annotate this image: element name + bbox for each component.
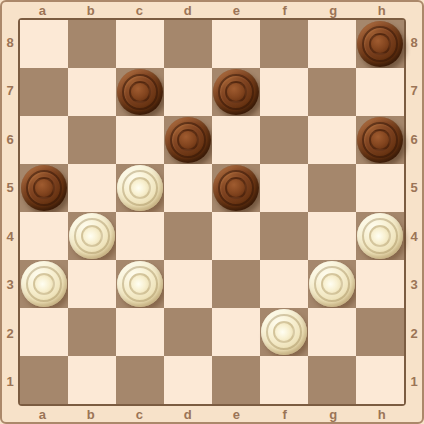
square-a4[interactable] [20, 212, 68, 260]
square-e8[interactable] [212, 20, 260, 68]
rank-label-4: 4 [2, 212, 18, 261]
square-h6[interactable] [356, 116, 404, 164]
square-b6[interactable] [68, 116, 116, 164]
file-label-a: a [18, 3, 67, 18]
square-a2[interactable] [20, 308, 68, 356]
square-c1[interactable] [116, 356, 164, 404]
dark-checker-d6[interactable] [165, 117, 211, 163]
square-f1[interactable] [260, 356, 308, 404]
square-c5[interactable] [116, 164, 164, 212]
square-g8[interactable] [308, 20, 356, 68]
file-label-f: f [261, 3, 310, 18]
checkers-app-frame: abcdefgh abcdefgh 87654321 87654321 [0, 0, 424, 424]
white-checker-c3[interactable] [117, 261, 163, 307]
square-f8[interactable] [260, 20, 308, 68]
rank-label-2: 2 [406, 309, 422, 358]
square-e5[interactable] [212, 164, 260, 212]
square-b7[interactable] [68, 68, 116, 116]
rank-label-6: 6 [406, 115, 422, 164]
file-label-g: g [309, 407, 358, 422]
square-c8[interactable] [116, 20, 164, 68]
checkers-board [18, 18, 406, 406]
square-b4[interactable] [68, 212, 116, 260]
file-label-b: b [67, 3, 116, 18]
square-g2[interactable] [308, 308, 356, 356]
square-h1[interactable] [356, 356, 404, 404]
square-f5[interactable] [260, 164, 308, 212]
square-d8[interactable] [164, 20, 212, 68]
square-g4[interactable] [308, 212, 356, 260]
file-label-g: g [309, 3, 358, 18]
file-label-d: d [164, 407, 213, 422]
square-e6[interactable] [212, 116, 260, 164]
square-f3[interactable] [260, 260, 308, 308]
square-f7[interactable] [260, 68, 308, 116]
white-checker-a3[interactable] [21, 261, 67, 307]
file-label-c: c [115, 407, 164, 422]
file-label-e: e [212, 3, 261, 18]
square-e3[interactable] [212, 260, 260, 308]
white-checker-b4[interactable] [69, 213, 115, 259]
square-d2[interactable] [164, 308, 212, 356]
square-h7[interactable] [356, 68, 404, 116]
dark-checker-c7[interactable] [117, 69, 163, 115]
file-label-c: c [115, 3, 164, 18]
file-label-b: b [67, 407, 116, 422]
white-checker-c5[interactable] [117, 165, 163, 211]
white-checker-g3[interactable] [309, 261, 355, 307]
square-e7[interactable] [212, 68, 260, 116]
square-f2[interactable] [260, 308, 308, 356]
square-d6[interactable] [164, 116, 212, 164]
rank-label-8: 8 [2, 18, 18, 67]
white-checker-h4[interactable] [357, 213, 403, 259]
rank-label-1: 1 [2, 358, 18, 407]
square-e2[interactable] [212, 308, 260, 356]
rank-label-8: 8 [406, 18, 422, 67]
rank-label-6: 6 [2, 115, 18, 164]
square-h2[interactable] [356, 308, 404, 356]
rank-label-3: 3 [2, 261, 18, 310]
square-d1[interactable] [164, 356, 212, 404]
dark-checker-e5[interactable] [213, 165, 259, 211]
file-labels-top: abcdefgh [18, 2, 406, 18]
square-c6[interactable] [116, 116, 164, 164]
rank-label-5: 5 [406, 164, 422, 213]
square-a7[interactable] [20, 68, 68, 116]
square-e1[interactable] [212, 356, 260, 404]
dark-checker-h8[interactable] [357, 21, 403, 67]
square-c7[interactable] [116, 68, 164, 116]
square-c3[interactable] [116, 260, 164, 308]
square-b5[interactable] [68, 164, 116, 212]
square-h8[interactable] [356, 20, 404, 68]
file-label-h: h [358, 407, 407, 422]
square-d3[interactable] [164, 260, 212, 308]
square-g1[interactable] [308, 356, 356, 404]
square-b1[interactable] [68, 356, 116, 404]
rank-label-1: 1 [406, 358, 422, 407]
square-d5[interactable] [164, 164, 212, 212]
square-a8[interactable] [20, 20, 68, 68]
file-labels-bottom: abcdefgh [18, 406, 406, 422]
square-d4[interactable] [164, 212, 212, 260]
square-g6[interactable] [308, 116, 356, 164]
square-d7[interactable] [164, 68, 212, 116]
rank-label-3: 3 [406, 261, 422, 310]
square-g3[interactable] [308, 260, 356, 308]
rank-label-2: 2 [2, 309, 18, 358]
square-a3[interactable] [20, 260, 68, 308]
square-e4[interactable] [212, 212, 260, 260]
square-g5[interactable] [308, 164, 356, 212]
dark-checker-a5[interactable] [21, 165, 67, 211]
rank-label-7: 7 [406, 67, 422, 116]
file-label-d: d [164, 3, 213, 18]
file-label-e: e [212, 407, 261, 422]
file-label-h: h [358, 3, 407, 18]
square-a5[interactable] [20, 164, 68, 212]
square-a6[interactable] [20, 116, 68, 164]
square-b3[interactable] [68, 260, 116, 308]
white-checker-f2[interactable] [261, 309, 307, 355]
square-c2[interactable] [116, 308, 164, 356]
square-g7[interactable] [308, 68, 356, 116]
square-f6[interactable] [260, 116, 308, 164]
square-h4[interactable] [356, 212, 404, 260]
rank-labels-left: 87654321 [2, 18, 18, 406]
square-f4[interactable] [260, 212, 308, 260]
dark-checker-e7[interactable] [213, 69, 259, 115]
square-a1[interactable] [20, 356, 68, 404]
rank-labels-right: 87654321 [406, 18, 422, 406]
square-b2[interactable] [68, 308, 116, 356]
square-b8[interactable] [68, 20, 116, 68]
rank-label-4: 4 [406, 212, 422, 261]
square-c4[interactable] [116, 212, 164, 260]
square-h3[interactable] [356, 260, 404, 308]
rank-label-7: 7 [2, 67, 18, 116]
dark-checker-h6[interactable] [357, 117, 403, 163]
rank-label-5: 5 [2, 164, 18, 213]
square-h5[interactable] [356, 164, 404, 212]
file-label-a: a [18, 407, 67, 422]
file-label-f: f [261, 407, 310, 422]
